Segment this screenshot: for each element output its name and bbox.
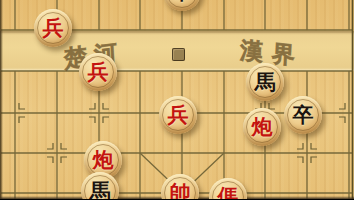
piece-red-soldier[interactable]: 兵 xyxy=(159,96,197,134)
piece-red-cannon[interactable]: 炮 xyxy=(243,108,281,146)
piece-glyph: 卒 xyxy=(172,0,193,3)
xiangqi-board[interactable]: 楚河 漢界 卒兵兵馬兵卒炮炮馬帥傌 xyxy=(0,0,354,199)
piece-glyph: 兵 xyxy=(88,62,109,83)
piece-glyph: 兵 xyxy=(43,18,64,39)
piece-glyph: 炮 xyxy=(93,150,114,171)
piece-black-horse[interactable]: 馬 xyxy=(246,63,284,101)
piece-glyph: 馬 xyxy=(90,181,111,200)
piece-glyph: 兵 xyxy=(168,105,189,126)
river-seal xyxy=(172,48,185,61)
piece-glyph: 馬 xyxy=(255,72,276,93)
piece-red-soldier[interactable]: 兵 xyxy=(79,53,117,91)
piece-glyph: 卒 xyxy=(293,105,314,126)
piece-glyph: 帥 xyxy=(170,183,191,200)
piece-glyph: 炮 xyxy=(252,117,273,138)
piece-glyph: 傌 xyxy=(218,187,239,200)
screen-edge-left xyxy=(0,0,3,199)
piece-red-soldier[interactable]: 兵 xyxy=(34,9,72,47)
piece-black-soldier[interactable]: 卒 xyxy=(284,96,322,134)
